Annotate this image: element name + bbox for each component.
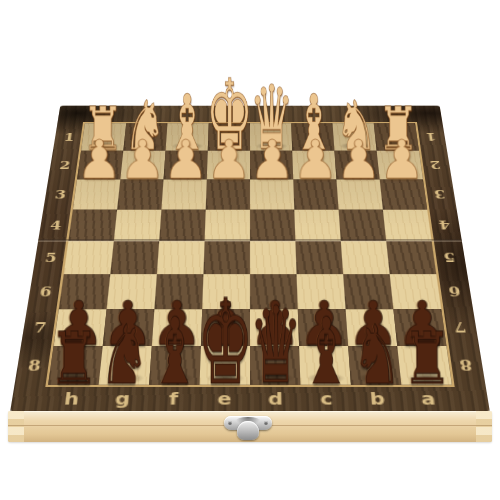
file-labels-bottom: hgfedcba	[44, 385, 455, 412]
piece-black-bishop-f8: ♝	[149, 306, 200, 398]
square-f3	[161, 179, 206, 209]
square-b2: ♟	[334, 151, 379, 180]
file-label-g: g	[96, 385, 149, 412]
rank-label-right-3: 3	[423, 179, 457, 209]
square-h3	[73, 179, 120, 209]
piece-black-rook-h8: ♜	[48, 322, 99, 394]
square-a8: ♜	[397, 346, 452, 385]
square-e4	[205, 209, 250, 241]
square-b5	[341, 241, 390, 274]
square-a2: ♟	[377, 151, 423, 180]
square-g4	[114, 209, 162, 241]
square-g2: ♟	[120, 151, 165, 180]
rank-label-left-5: 5	[33, 241, 69, 274]
square-g3	[117, 179, 163, 209]
square-e5	[203, 241, 250, 274]
finger-joint-left	[8, 411, 24, 442]
piece-white-pawn-d2: ♟	[249, 133, 295, 186]
rank-label-right-1: 1	[415, 123, 447, 150]
finger-joint-right	[476, 411, 492, 442]
box-side-edge	[8, 411, 492, 442]
square-f5	[157, 241, 205, 274]
file-label-h: h	[44, 385, 98, 412]
latch-tongue	[237, 421, 259, 440]
square-d2: ♟	[250, 151, 293, 180]
latch-clasp	[224, 414, 272, 442]
square-h8: ♜	[48, 346, 103, 385]
square-c5	[295, 241, 343, 274]
square-g8: ♞	[99, 346, 152, 385]
rank-label-left-4: 4	[38, 209, 73, 241]
square-a4	[383, 209, 432, 241]
square-c3	[293, 179, 338, 209]
square-h2: ♟	[77, 151, 123, 180]
square-b3	[336, 179, 382, 209]
square-f2: ♟	[164, 151, 208, 180]
piece-black-knight-b8: ♞	[351, 314, 402, 396]
rank-label-right-2: 2	[419, 151, 452, 180]
piece-black-bishop-c8: ♝	[300, 306, 351, 398]
square-c2: ♟	[292, 151, 336, 180]
latch-screw-left	[228, 421, 232, 425]
file-label-a: a	[401, 385, 455, 412]
square-f4	[159, 209, 206, 241]
piece-black-knight-g8: ♞	[98, 314, 149, 396]
square-e3	[206, 179, 250, 209]
piece-white-pawn-h2: ♟	[76, 133, 122, 186]
square-h5	[64, 241, 114, 274]
piece-black-queen-d8: ♛	[249, 293, 302, 399]
square-f8: ♝	[149, 346, 201, 385]
piece-black-king-e8: ♚	[196, 283, 253, 401]
chess-board: ♜♞♝♚♛♝♞♜♟♟♟♟♟♟♟♟♟♟♟♟♟♟♟♟♜♞♝♚♛♝♞♜ 1234567…	[10, 106, 490, 412]
square-b4	[339, 209, 387, 241]
piece-black-rook-a8: ♜	[401, 322, 452, 394]
square-c8: ♝	[299, 346, 351, 385]
square-a3	[380, 179, 427, 209]
file-label-b: b	[351, 385, 404, 412]
piece-white-pawn-c2: ♟	[292, 133, 338, 186]
piece-white-pawn-g2: ♟	[119, 133, 165, 186]
latch-screw-right	[264, 421, 268, 425]
file-label-c: c	[300, 385, 352, 412]
square-e8: ♚	[200, 346, 250, 385]
file-label-f: f	[147, 385, 199, 412]
file-label-d: d	[250, 385, 301, 412]
square-a5	[386, 241, 436, 274]
square-d4	[250, 209, 295, 241]
square-e2: ♟	[207, 151, 250, 180]
rank-label-left-3: 3	[43, 179, 77, 209]
piece-white-pawn-f2: ♟	[162, 133, 208, 186]
piece-white-pawn-e2: ♟	[206, 133, 252, 186]
square-g5	[110, 241, 159, 274]
file-label-e: e	[199, 385, 250, 412]
square-d5	[250, 241, 297, 274]
square-c4	[294, 209, 341, 241]
piece-white-pawn-b2: ♟	[335, 133, 381, 186]
product-photo: { "game": "chess", "scene": "wooden fold…	[0, 0, 500, 500]
square-d8: ♛	[250, 346, 300, 385]
rank-label-left-8: 8	[15, 346, 54, 385]
square-d3	[250, 179, 294, 209]
rank-label-right-4: 4	[427, 209, 462, 241]
chess-set-scene: ♜♞♝♚♛♝♞♜♟♟♟♟♟♟♟♟♟♟♟♟♟♟♟♟♜♞♝♚♛♝♞♜ 1234567…	[0, 0, 500, 500]
rank-label-right-5: 5	[432, 241, 468, 274]
board-grid: ♜♞♝♚♛♝♞♜♟♟♟♟♟♟♟♟♟♟♟♟♟♟♟♟♜♞♝♚♛♝♞♜	[48, 123, 452, 384]
square-b8: ♞	[348, 346, 401, 385]
square-h4	[68, 209, 117, 241]
